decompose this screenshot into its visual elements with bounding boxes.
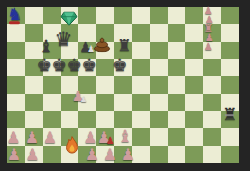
black-king-3[interactable]: ♚ bbox=[66, 57, 81, 74]
black-king-2[interactable]: ♚ bbox=[51, 57, 66, 74]
chess-variant-board-frame: ♞ ♝♛♟♟ ♜♚♚♚♚♚♟♟♜♟♟♟ ♟♟♟♝♟♟♟♟♟♟♟♜♟♟ bbox=[0, 0, 250, 171]
pink-pawn-f9[interactable]: ♟ bbox=[103, 147, 117, 163]
stack-mini-pawn-4[interactable]: ♟ bbox=[204, 42, 213, 52]
pink-bishop[interactable]: ♝ bbox=[117, 128, 132, 145]
blue-red-knight[interactable]: ♞ bbox=[7, 6, 22, 23]
fire-icon[interactable] bbox=[65, 136, 80, 155]
gem-icon[interactable] bbox=[61, 11, 78, 26]
black-king-1[interactable]: ♚ bbox=[36, 57, 51, 74]
pink-pawn-c8[interactable]: ♟ bbox=[43, 129, 57, 145]
pink-pawn-b8[interactable]: ♟ bbox=[25, 129, 39, 145]
mini-white-piece-2[interactable]: ♟ bbox=[80, 95, 87, 103]
black-bishop[interactable]: ♝ bbox=[38, 38, 53, 55]
black-rook[interactable]: ♜ bbox=[117, 37, 131, 53]
pink-pawn-e9[interactable]: ♟ bbox=[85, 147, 99, 163]
black-king-4[interactable]: ♚ bbox=[81, 57, 96, 74]
pink-pawn-a9[interactable]: ♟ bbox=[7, 147, 21, 163]
pink-pawn-b9[interactable]: ♟ bbox=[25, 147, 39, 163]
pieces-layer: ♞ ♝♛♟♟ ♜♚♚♚♚♚♟♟♜♟♟♟ ♟♟♟♝♟♟♟♟♟♟♟♜♟♟ bbox=[0, 0, 250, 171]
black-king-5[interactable]: ♚ bbox=[112, 57, 127, 74]
dark-barrel-rook[interactable]: ♜ bbox=[222, 106, 237, 123]
pink-pawn-g9[interactable]: ♟ bbox=[121, 147, 135, 163]
black-queen[interactable]: ♛ bbox=[55, 29, 73, 49]
pink-pawn-a8[interactable]: ♟ bbox=[6, 129, 20, 145]
pink-pawn-e8[interactable]: ♟ bbox=[83, 129, 97, 145]
poop-icon[interactable] bbox=[94, 37, 111, 52]
